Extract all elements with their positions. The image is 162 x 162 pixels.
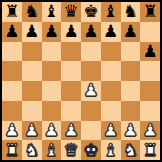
square-g1[interactable]: ♞: [121, 140, 141, 160]
piece-white-pawn[interactable]: ♟: [83, 82, 98, 99]
square-d3[interactable]: [61, 101, 81, 121]
square-f7[interactable]: ♟: [101, 22, 121, 42]
chess-board: ♜♞♝♛♚♝♞♜♟♟♟♟♟♟♟♟♟♟♟♟♟♟♟♟♜♞♝♛♚♝♞♜: [0, 0, 162, 162]
piece-black-rook[interactable]: ♜: [4, 3, 19, 20]
square-a2[interactable]: ♟: [2, 121, 22, 141]
square-g5[interactable]: [121, 61, 141, 81]
piece-white-pawn[interactable]: ♟: [4, 121, 19, 138]
square-e7[interactable]: ♟: [81, 22, 101, 42]
square-b4[interactable]: [22, 81, 42, 101]
square-h4[interactable]: [140, 81, 160, 101]
square-g6[interactable]: [121, 42, 141, 62]
piece-white-pawn[interactable]: ♟: [44, 121, 59, 138]
piece-white-knight[interactable]: ♞: [24, 141, 39, 158]
square-h5[interactable]: [140, 61, 160, 81]
square-e5[interactable]: [81, 61, 101, 81]
square-f3[interactable]: [101, 101, 121, 121]
square-e1[interactable]: ♚: [81, 140, 101, 160]
square-h8[interactable]: ♜: [140, 2, 160, 22]
piece-white-pawn[interactable]: ♟: [24, 121, 39, 138]
piece-white-pawn[interactable]: ♟: [103, 121, 118, 138]
square-c8[interactable]: ♝: [42, 2, 62, 22]
piece-white-pawn[interactable]: ♟: [64, 121, 79, 138]
piece-white-rook[interactable]: ♜: [143, 141, 158, 158]
chess-board-window: ♜♞♝♛♚♝♞♜♟♟♟♟♟♟♟♟♟♟♟♟♟♟♟♟♜♞♝♛♚♝♞♜: [0, 0, 162, 162]
piece-black-king[interactable]: ♚: [83, 3, 98, 20]
square-c4[interactable]: [42, 81, 62, 101]
piece-black-pawn[interactable]: ♟: [44, 23, 59, 40]
square-d8[interactable]: ♛: [61, 2, 81, 22]
piece-black-pawn[interactable]: ♟: [143, 42, 158, 59]
piece-white-pawn[interactable]: ♟: [123, 121, 138, 138]
square-b2[interactable]: ♟: [22, 121, 42, 141]
square-e8[interactable]: ♚: [81, 2, 101, 22]
square-a6[interactable]: [2, 42, 22, 62]
square-b6[interactable]: [22, 42, 42, 62]
square-f8[interactable]: ♝: [101, 2, 121, 22]
square-d4[interactable]: [61, 81, 81, 101]
square-f2[interactable]: ♟: [101, 121, 121, 141]
piece-white-bishop[interactable]: ♝: [103, 141, 118, 158]
piece-black-queen[interactable]: ♛: [64, 3, 79, 20]
square-h6[interactable]: ♟: [140, 42, 160, 62]
square-d2[interactable]: ♟: [61, 121, 81, 141]
square-d1[interactable]: ♛: [61, 140, 81, 160]
piece-black-pawn[interactable]: ♟: [83, 23, 98, 40]
square-h2[interactable]: ♟: [140, 121, 160, 141]
square-a5[interactable]: [2, 61, 22, 81]
square-c6[interactable]: [42, 42, 62, 62]
square-g3[interactable]: [121, 101, 141, 121]
square-a4[interactable]: [2, 81, 22, 101]
square-c5[interactable]: [42, 61, 62, 81]
square-h3[interactable]: [140, 101, 160, 121]
piece-black-pawn[interactable]: ♟: [64, 23, 79, 40]
piece-black-knight[interactable]: ♞: [123, 3, 138, 20]
square-b7[interactable]: ♟: [22, 22, 42, 42]
square-c3[interactable]: [42, 101, 62, 121]
square-h1[interactable]: ♜: [140, 140, 160, 160]
square-f6[interactable]: [101, 42, 121, 62]
piece-white-knight[interactable]: ♞: [123, 141, 138, 158]
square-d5[interactable]: [61, 61, 81, 81]
square-a1[interactable]: ♜: [2, 140, 22, 160]
square-e2[interactable]: [81, 121, 101, 141]
piece-black-pawn[interactable]: ♟: [4, 23, 19, 40]
square-c2[interactable]: ♟: [42, 121, 62, 141]
square-a7[interactable]: ♟: [2, 22, 22, 42]
square-f4[interactable]: [101, 81, 121, 101]
square-f5[interactable]: [101, 61, 121, 81]
square-h7[interactable]: [140, 22, 160, 42]
piece-black-bishop[interactable]: ♝: [44, 3, 59, 20]
square-c1[interactable]: ♝: [42, 140, 62, 160]
square-b3[interactable]: [22, 101, 42, 121]
square-b1[interactable]: ♞: [22, 140, 42, 160]
square-f1[interactable]: ♝: [101, 140, 121, 160]
piece-white-queen[interactable]: ♛: [64, 141, 79, 158]
piece-black-rook[interactable]: ♜: [143, 3, 158, 20]
square-b5[interactable]: [22, 61, 42, 81]
piece-black-pawn[interactable]: ♟: [24, 23, 39, 40]
square-a8[interactable]: ♜: [2, 2, 22, 22]
square-a3[interactable]: [2, 101, 22, 121]
piece-black-pawn[interactable]: ♟: [123, 23, 138, 40]
piece-black-pawn[interactable]: ♟: [103, 23, 118, 40]
piece-black-bishop[interactable]: ♝: [103, 3, 118, 20]
piece-white-pawn[interactable]: ♟: [143, 121, 158, 138]
square-e3[interactable]: [81, 101, 101, 121]
piece-white-rook[interactable]: ♜: [4, 141, 19, 158]
square-g8[interactable]: ♞: [121, 2, 141, 22]
square-d7[interactable]: ♟: [61, 22, 81, 42]
square-c7[interactable]: ♟: [42, 22, 62, 42]
piece-white-bishop[interactable]: ♝: [44, 141, 59, 158]
square-b8[interactable]: ♞: [22, 2, 42, 22]
square-e4[interactable]: ♟: [81, 81, 101, 101]
square-d6[interactable]: [61, 42, 81, 62]
square-e6[interactable]: [81, 42, 101, 62]
piece-white-king[interactable]: ♚: [83, 141, 98, 158]
square-g7[interactable]: ♟: [121, 22, 141, 42]
square-g4[interactable]: [121, 81, 141, 101]
square-g2[interactable]: ♟: [121, 121, 141, 141]
piece-black-knight[interactable]: ♞: [24, 3, 39, 20]
